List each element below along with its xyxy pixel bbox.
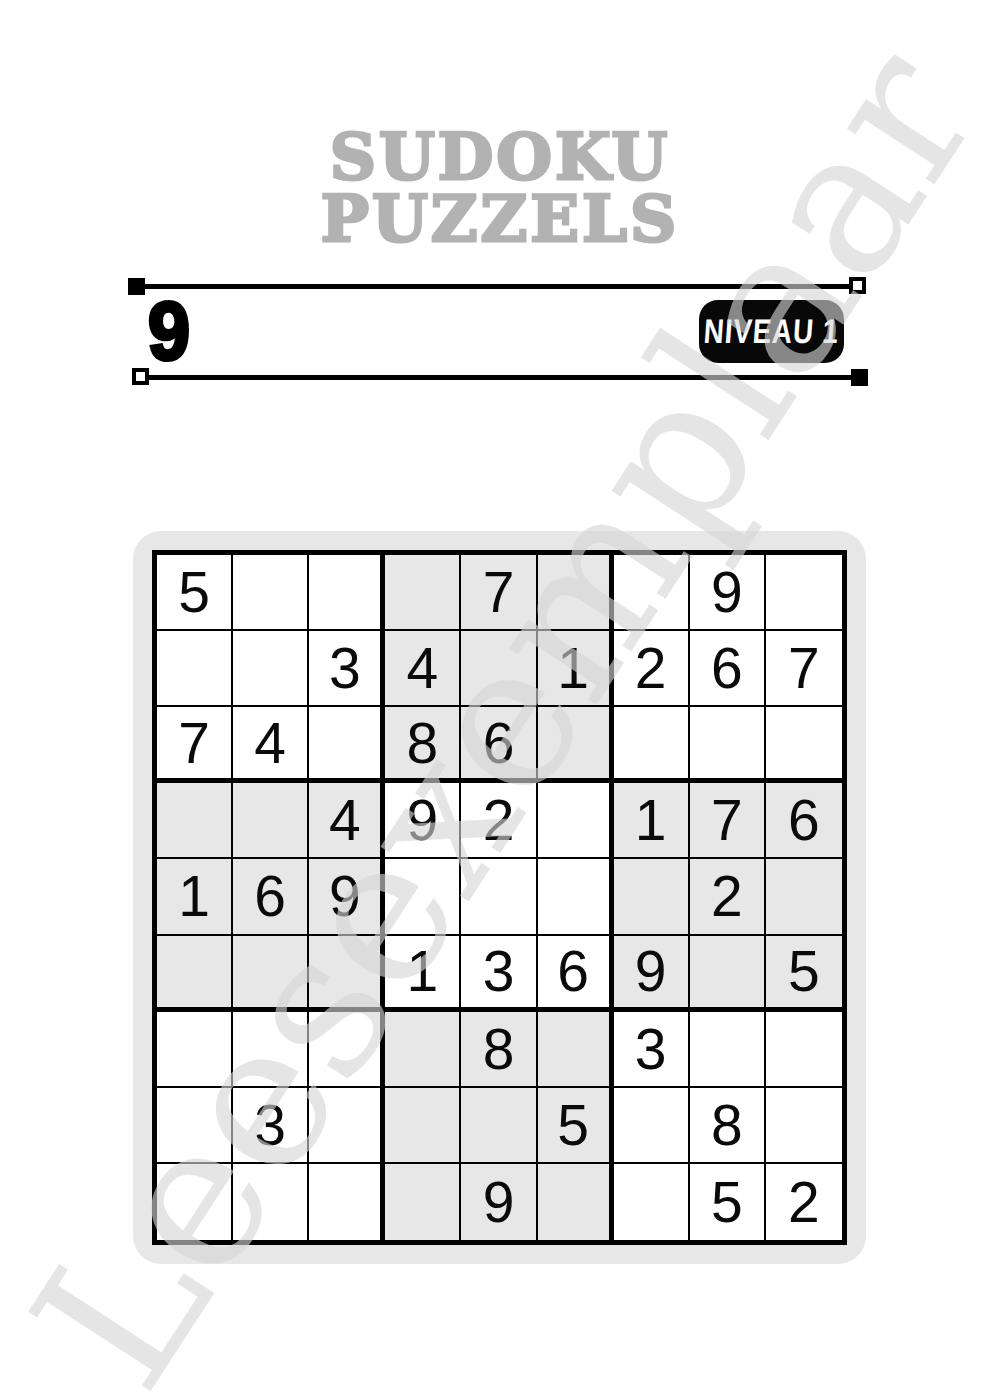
cell-r5c1[interactable]: 1: [157, 859, 233, 935]
cell-r3c6[interactable]: [538, 707, 614, 783]
cell-r8c9[interactable]: [766, 1088, 842, 1164]
cell-r2c6[interactable]: 1: [538, 631, 614, 707]
cell-r9c6[interactable]: [538, 1164, 614, 1240]
cell-r9c7[interactable]: [614, 1164, 690, 1240]
cell-r1c7[interactable]: [614, 555, 690, 631]
cell-r5c7[interactable]: [614, 859, 690, 935]
puzzle-number: 9: [148, 294, 190, 368]
cell-r5c4[interactable]: [385, 859, 461, 935]
cell-r9c8[interactable]: 5: [690, 1164, 766, 1240]
cell-r3c9[interactable]: [766, 707, 842, 783]
cell-r3c1[interactable]: 7: [157, 707, 233, 783]
cell-r2c4[interactable]: 4: [385, 631, 461, 707]
cell-r6c7[interactable]: 9: [614, 936, 690, 1012]
cell-r4c7[interactable]: 1: [614, 783, 690, 859]
cell-r2c3[interactable]: 3: [309, 631, 385, 707]
cell-r8c2[interactable]: 3: [233, 1088, 309, 1164]
cell-r5c3[interactable]: 9: [309, 859, 385, 935]
cell-r2c9[interactable]: 7: [766, 631, 842, 707]
cell-r2c1[interactable]: [157, 631, 233, 707]
cell-r2c5[interactable]: [461, 631, 537, 707]
rule-endcap-hollow-bottom-left: [132, 368, 149, 385]
cell-r6c9[interactable]: 5: [766, 936, 842, 1012]
cell-r5c2[interactable]: 6: [233, 859, 309, 935]
cell-r7c6[interactable]: [538, 1012, 614, 1088]
cell-r1c8[interactable]: 9: [690, 555, 766, 631]
cell-r3c7[interactable]: [614, 707, 690, 783]
sudoku-grid: 579341267748649217616921369583358952: [152, 550, 847, 1245]
header-rule-top: [138, 284, 856, 289]
cell-r7c9[interactable]: [766, 1012, 842, 1088]
cell-r7c3[interactable]: [309, 1012, 385, 1088]
cell-r7c1[interactable]: [157, 1012, 233, 1088]
rule-endcap-filled-bottom-right: [851, 369, 868, 386]
cell-r4c3[interactable]: 4: [309, 783, 385, 859]
cell-r7c7[interactable]: 3: [614, 1012, 690, 1088]
cell-r4c5[interactable]: 2: [461, 783, 537, 859]
cell-r8c4[interactable]: [385, 1088, 461, 1164]
sudoku-page: SUDOKU PUZZELS 9 NIVEAU 1 57934126774864…: [0, 0, 1000, 1400]
title-line-2: PUZZELS: [0, 188, 1000, 250]
title-line-1: SUDOKU: [0, 126, 1000, 188]
cell-r2c8[interactable]: 6: [690, 631, 766, 707]
cell-r1c2[interactable]: [233, 555, 309, 631]
cell-r4c6[interactable]: [538, 783, 614, 859]
cell-r8c6[interactable]: 5: [538, 1088, 614, 1164]
cell-r1c3[interactable]: [309, 555, 385, 631]
cell-r7c2[interactable]: [233, 1012, 309, 1088]
rule-endcap-filled-top-left: [128, 278, 145, 295]
cell-r9c2[interactable]: [233, 1164, 309, 1240]
cell-r5c8[interactable]: 2: [690, 859, 766, 935]
cell-r3c3[interactable]: [309, 707, 385, 783]
cell-r6c8[interactable]: [690, 936, 766, 1012]
cell-r5c6[interactable]: [538, 859, 614, 935]
cell-r1c4[interactable]: [385, 555, 461, 631]
cell-r9c9[interactable]: 2: [766, 1164, 842, 1240]
board-card: 579341267748649217616921369583358952: [133, 531, 866, 1264]
cell-r9c1[interactable]: [157, 1164, 233, 1240]
cell-r1c9[interactable]: [766, 555, 842, 631]
cell-r6c2[interactable]: [233, 936, 309, 1012]
header-rule-bottom: [140, 375, 856, 380]
cell-r4c2[interactable]: [233, 783, 309, 859]
cell-r3c4[interactable]: 8: [385, 707, 461, 783]
cell-r8c1[interactable]: [157, 1088, 233, 1164]
cell-r5c5[interactable]: [461, 859, 537, 935]
cell-r4c8[interactable]: 7: [690, 783, 766, 859]
cell-r9c5[interactable]: 9: [461, 1164, 537, 1240]
cell-r4c9[interactable]: 6: [766, 783, 842, 859]
level-badge-label: NIVEAU 1: [703, 312, 841, 351]
cell-r9c3[interactable]: [309, 1164, 385, 1240]
cell-r3c5[interactable]: 6: [461, 707, 537, 783]
level-badge: NIVEAU 1: [699, 300, 844, 363]
cell-r1c5[interactable]: 7: [461, 555, 537, 631]
cell-r1c1[interactable]: 5: [157, 555, 233, 631]
cell-r4c4[interactable]: 9: [385, 783, 461, 859]
cell-r7c4[interactable]: [385, 1012, 461, 1088]
cell-r3c2[interactable]: 4: [233, 707, 309, 783]
cell-r8c5[interactable]: [461, 1088, 537, 1164]
cell-r5c9[interactable]: [766, 859, 842, 935]
cell-r1c6[interactable]: [538, 555, 614, 631]
cell-r6c5[interactable]: 3: [461, 936, 537, 1012]
cell-r6c3[interactable]: [309, 936, 385, 1012]
page-title: SUDOKU PUZZELS: [0, 126, 1000, 250]
cell-r8c7[interactable]: [614, 1088, 690, 1164]
cell-r8c8[interactable]: 8: [690, 1088, 766, 1164]
cell-r6c4[interactable]: 1: [385, 936, 461, 1012]
cell-r4c1[interactable]: [157, 783, 233, 859]
cell-r8c3[interactable]: [309, 1088, 385, 1164]
cell-r6c6[interactable]: 6: [538, 936, 614, 1012]
cell-r2c7[interactable]: 2: [614, 631, 690, 707]
cell-r9c4[interactable]: [385, 1164, 461, 1240]
cell-r2c2[interactable]: [233, 631, 309, 707]
cell-r6c1[interactable]: [157, 936, 233, 1012]
cell-r3c8[interactable]: [690, 707, 766, 783]
rule-endcap-hollow-top-right: [849, 277, 866, 294]
cell-r7c5[interactable]: 8: [461, 1012, 537, 1088]
cell-r7c8[interactable]: [690, 1012, 766, 1088]
